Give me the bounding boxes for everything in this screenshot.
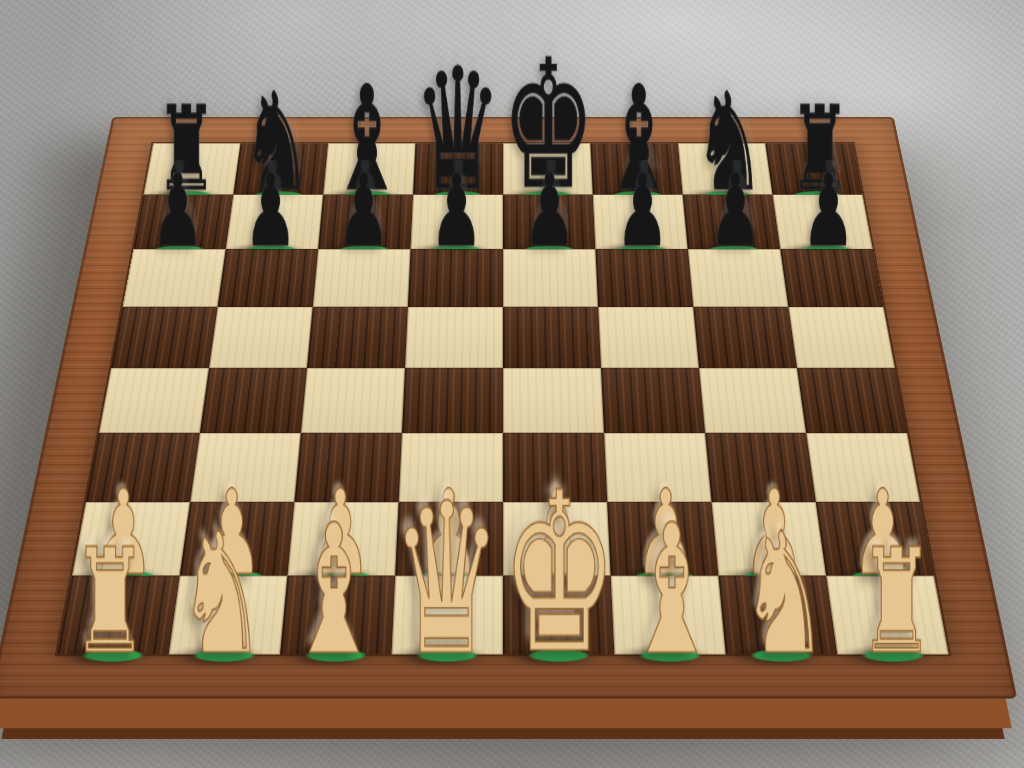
square-c4[interactable]	[301, 368, 405, 433]
photo-scene: ♜♞♝♛♚♝♞♜♟♟♟♟♟♟♟♟♟♟♟♟♟♟♟♟♜♞♝♛♚♝♞♜	[0, 0, 1024, 768]
piece-black-pawn[interactable]: ♟	[430, 160, 483, 260]
piece-black-pawn[interactable]: ♟	[337, 160, 390, 260]
square-a1[interactable]: ♜	[57, 576, 180, 655]
piece-white-king[interactable]: ♚	[501, 465, 617, 686]
square-h4[interactable]	[797, 368, 907, 433]
square-c5[interactable]	[307, 307, 408, 368]
chess-board: ♜♞♝♛♚♝♞♜♟♟♟♟♟♟♟♟♟♟♟♟♟♟♟♟♜♞♝♛♚♝♞♜	[0, 117, 1017, 699]
piece-white-bishop[interactable]: ♝	[287, 500, 382, 680]
square-e5[interactable]	[503, 307, 601, 368]
piece-white-rook[interactable]: ♜	[858, 530, 934, 674]
square-h7[interactable]: ♟	[773, 195, 873, 249]
piece-white-rook[interactable]: ♜	[72, 530, 148, 674]
square-f4[interactable]	[601, 368, 705, 433]
square-b1[interactable]: ♞	[169, 576, 288, 655]
square-a7[interactable]: ♟	[133, 195, 233, 249]
square-f1[interactable]: ♝	[611, 576, 726, 655]
square-h5[interactable]	[788, 307, 895, 368]
board-perspective: ♜♞♝♛♚♝♞♜♟♟♟♟♟♟♟♟♟♟♟♟♟♟♟♟♜♞♝♛♚♝♞♜	[0, 0, 1024, 768]
square-g5[interactable]	[693, 307, 797, 368]
square-c1[interactable]: ♝	[280, 576, 395, 655]
piece-white-queen[interactable]: ♛	[392, 475, 502, 684]
piece-black-pawn[interactable]: ♟	[523, 160, 576, 260]
piece-black-pawn[interactable]: ♟	[802, 160, 855, 260]
piece-black-pawn[interactable]: ♟	[151, 160, 204, 260]
square-h1[interactable]: ♜	[826, 576, 949, 655]
piece-white-knight[interactable]: ♞	[740, 510, 828, 678]
square-e1[interactable]: ♚	[503, 576, 614, 655]
square-a4[interactable]	[99, 368, 209, 433]
square-g4[interactable]	[699, 368, 806, 433]
square-g1[interactable]: ♞	[718, 576, 837, 655]
square-a5[interactable]	[111, 307, 218, 368]
square-d1[interactable]: ♛	[392, 576, 503, 655]
square-d5[interactable]	[405, 307, 503, 368]
square-b5[interactable]	[209, 307, 313, 368]
square-d4[interactable]	[402, 368, 503, 433]
piece-white-bishop[interactable]: ♝	[625, 500, 720, 680]
piece-white-knight[interactable]: ♞	[177, 510, 265, 678]
piece-black-pawn[interactable]: ♟	[709, 160, 762, 260]
board-squares: ♜♞♝♛♚♝♞♜♟♟♟♟♟♟♟♟♟♟♟♟♟♟♟♟♜♞♝♛♚♝♞♜	[57, 143, 949, 654]
square-e4[interactable]	[503, 368, 604, 433]
piece-black-pawn[interactable]: ♟	[244, 160, 297, 260]
piece-black-pawn[interactable]: ♟	[616, 160, 669, 260]
square-b4[interactable]	[200, 368, 307, 433]
square-f5[interactable]	[598, 307, 699, 368]
